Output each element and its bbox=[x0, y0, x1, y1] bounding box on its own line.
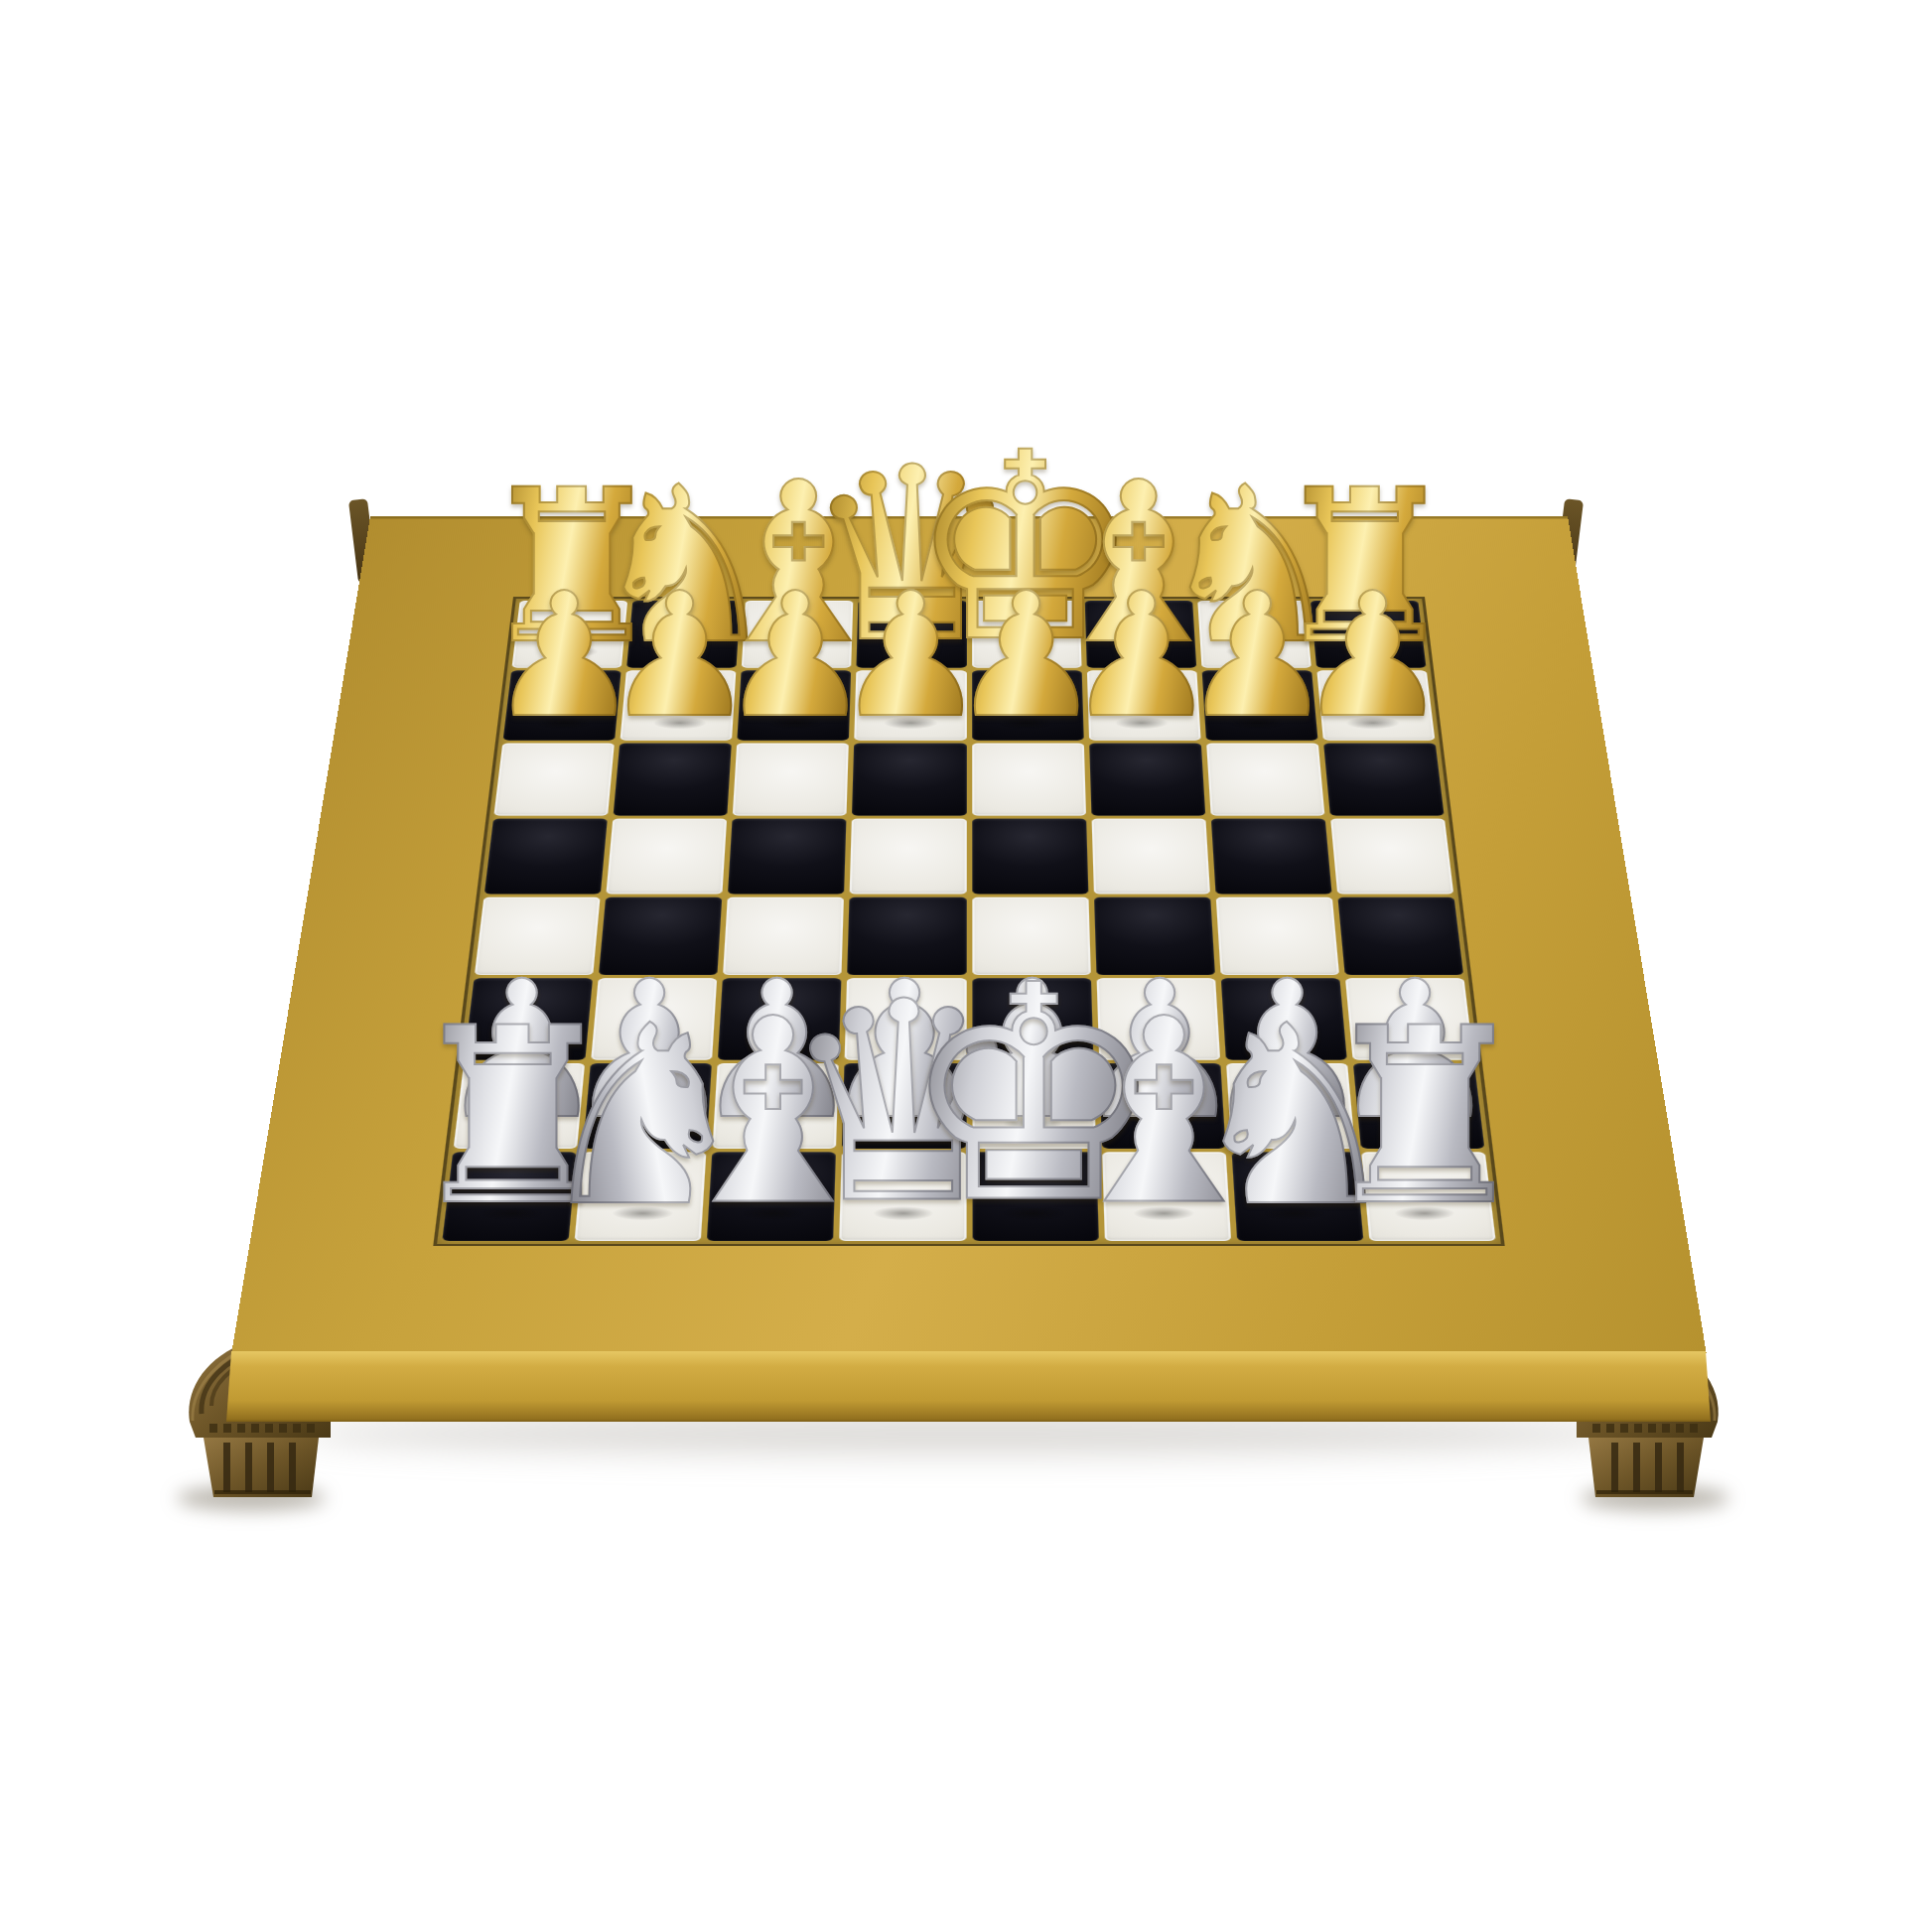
square-f6[interactable] bbox=[1088, 743, 1204, 815]
square-c2[interactable] bbox=[712, 1063, 838, 1149]
checker-grid bbox=[442, 601, 1495, 1241]
square-g7[interactable] bbox=[1201, 670, 1317, 740]
chess-set-photo: ♜♞♝♛♚♝♞♜♟♟♟♟♟♟♟♟♟♟♟♟♟♟♟♟♜♞♝♛♚♝♞♜ bbox=[0, 0, 1932, 1932]
square-b6[interactable] bbox=[613, 743, 731, 815]
square-h2[interactable] bbox=[1352, 1063, 1484, 1149]
square-a8[interactable] bbox=[511, 601, 627, 668]
square-d8[interactable] bbox=[856, 601, 966, 668]
board-front-edge bbox=[226, 1351, 1711, 1422]
square-c3[interactable] bbox=[718, 979, 842, 1060]
square-h1[interactable] bbox=[1361, 1152, 1496, 1241]
square-a7[interactable] bbox=[502, 670, 621, 740]
square-b7[interactable] bbox=[620, 670, 736, 740]
square-c8[interactable] bbox=[742, 601, 854, 668]
square-d5[interactable] bbox=[850, 818, 966, 894]
square-e4[interactable] bbox=[971, 897, 1090, 975]
square-f8[interactable] bbox=[1084, 601, 1196, 668]
square-a4[interactable] bbox=[474, 897, 600, 975]
square-g4[interactable] bbox=[1215, 897, 1338, 975]
square-a3[interactable] bbox=[464, 979, 593, 1060]
square-b2[interactable] bbox=[583, 1063, 712, 1149]
square-c6[interactable] bbox=[733, 743, 849, 815]
square-h7[interactable] bbox=[1316, 670, 1435, 740]
square-a5[interactable] bbox=[483, 818, 607, 894]
square-d4[interactable] bbox=[847, 897, 966, 975]
square-g5[interactable] bbox=[1210, 818, 1331, 894]
square-d7[interactable] bbox=[854, 670, 966, 740]
square-c7[interactable] bbox=[737, 670, 851, 740]
square-g8[interactable] bbox=[1196, 601, 1311, 668]
square-e1[interactable] bbox=[971, 1152, 1097, 1241]
square-a1[interactable] bbox=[442, 1152, 577, 1241]
square-d6[interactable] bbox=[852, 743, 966, 815]
square-e7[interactable] bbox=[971, 670, 1083, 740]
square-d2[interactable] bbox=[842, 1063, 966, 1149]
square-b5[interactable] bbox=[606, 818, 727, 894]
square-f4[interactable] bbox=[1093, 897, 1214, 975]
square-f3[interactable] bbox=[1096, 979, 1220, 1060]
square-e5[interactable] bbox=[971, 818, 1087, 894]
square-f7[interactable] bbox=[1086, 670, 1200, 740]
square-c4[interactable] bbox=[723, 897, 844, 975]
square-e2[interactable] bbox=[971, 1063, 1095, 1149]
square-c5[interactable] bbox=[728, 818, 847, 894]
square-c1[interactable] bbox=[707, 1152, 836, 1241]
square-g6[interactable] bbox=[1205, 743, 1323, 815]
square-f1[interactable] bbox=[1101, 1152, 1230, 1241]
square-d1[interactable] bbox=[839, 1152, 965, 1241]
square-e8[interactable] bbox=[971, 601, 1081, 668]
square-f2[interactable] bbox=[1098, 1063, 1224, 1149]
square-h4[interactable] bbox=[1337, 897, 1463, 975]
square-b3[interactable] bbox=[591, 979, 717, 1060]
square-h5[interactable] bbox=[1329, 818, 1452, 894]
square-h6[interactable] bbox=[1322, 743, 1444, 815]
square-g1[interactable] bbox=[1231, 1152, 1363, 1241]
square-h8[interactable] bbox=[1310, 601, 1426, 668]
square-d3[interactable] bbox=[845, 979, 966, 1060]
checker-border bbox=[433, 597, 1504, 1246]
square-f5[interactable] bbox=[1091, 818, 1210, 894]
square-b4[interactable] bbox=[599, 897, 722, 975]
square-b8[interactable] bbox=[626, 601, 741, 668]
square-g3[interactable] bbox=[1220, 979, 1346, 1060]
square-a6[interactable] bbox=[493, 743, 615, 815]
square-b1[interactable] bbox=[574, 1152, 706, 1241]
square-h3[interactable] bbox=[1344, 979, 1473, 1060]
square-e3[interactable] bbox=[971, 979, 1092, 1060]
square-e6[interactable] bbox=[971, 743, 1085, 815]
square-a2[interactable] bbox=[453, 1063, 585, 1149]
board-frame bbox=[231, 516, 1707, 1353]
square-g2[interactable] bbox=[1225, 1063, 1354, 1149]
